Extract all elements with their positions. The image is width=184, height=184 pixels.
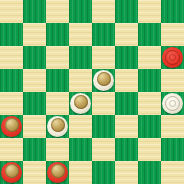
square-d8[interactable] [69, 0, 92, 23]
square-f5[interactable] [115, 69, 138, 92]
square-c7[interactable] [46, 23, 69, 46]
square-g3[interactable] [138, 115, 161, 138]
square-a4[interactable] [0, 92, 23, 115]
square-a2[interactable] [0, 138, 23, 161]
square-c8[interactable] [46, 0, 69, 23]
square-f7[interactable] [115, 23, 138, 46]
square-h3[interactable] [161, 115, 184, 138]
red-king-piece[interactable] [47, 162, 68, 183]
square-e3[interactable] [92, 115, 115, 138]
square-d5[interactable] [69, 69, 92, 92]
square-c2[interactable] [46, 138, 69, 161]
square-d2[interactable] [69, 138, 92, 161]
square-g5[interactable] [138, 69, 161, 92]
square-f3[interactable] [115, 115, 138, 138]
square-h7[interactable] [161, 23, 184, 46]
square-b5[interactable] [23, 69, 46, 92]
square-h4[interactable] [161, 92, 184, 115]
square-e7[interactable] [92, 23, 115, 46]
square-g1[interactable] [138, 161, 161, 184]
square-f4[interactable] [115, 92, 138, 115]
square-d1[interactable] [69, 161, 92, 184]
square-h1[interactable] [161, 161, 184, 184]
checkers-board [0, 0, 184, 184]
square-f2[interactable] [115, 138, 138, 161]
square-a7[interactable] [0, 23, 23, 46]
square-b8[interactable] [23, 0, 46, 23]
white-king-piece[interactable] [70, 93, 91, 114]
square-h2[interactable] [161, 138, 184, 161]
square-a8[interactable] [0, 0, 23, 23]
square-b3[interactable] [23, 115, 46, 138]
square-e5[interactable] [92, 69, 115, 92]
square-d7[interactable] [69, 23, 92, 46]
square-c5[interactable] [46, 69, 69, 92]
square-f6[interactable] [115, 46, 138, 69]
square-g6[interactable] [138, 46, 161, 69]
square-f1[interactable] [115, 161, 138, 184]
square-h6[interactable] [161, 46, 184, 69]
square-a1[interactable] [0, 161, 23, 184]
square-c3[interactable] [46, 115, 69, 138]
square-e6[interactable] [92, 46, 115, 69]
white-king-piece[interactable] [93, 70, 114, 91]
square-g7[interactable] [138, 23, 161, 46]
square-g8[interactable] [138, 0, 161, 23]
square-e2[interactable] [92, 138, 115, 161]
square-b6[interactable] [23, 46, 46, 69]
square-e8[interactable] [92, 0, 115, 23]
square-d3[interactable] [69, 115, 92, 138]
square-b1[interactable] [23, 161, 46, 184]
square-d4[interactable] [69, 92, 92, 115]
white-king-piece[interactable] [47, 116, 68, 137]
red-king-piece[interactable] [1, 162, 22, 183]
square-d6[interactable] [69, 46, 92, 69]
square-b2[interactable] [23, 138, 46, 161]
square-g2[interactable] [138, 138, 161, 161]
square-h5[interactable] [161, 69, 184, 92]
square-a3[interactable] [0, 115, 23, 138]
square-b7[interactable] [23, 23, 46, 46]
square-c1[interactable] [46, 161, 69, 184]
square-e4[interactable] [92, 92, 115, 115]
square-e1[interactable] [92, 161, 115, 184]
square-h8[interactable] [161, 0, 184, 23]
square-a6[interactable] [0, 46, 23, 69]
square-a5[interactable] [0, 69, 23, 92]
square-c6[interactable] [46, 46, 69, 69]
white-man-piece[interactable] [162, 93, 183, 114]
square-g4[interactable] [138, 92, 161, 115]
square-f8[interactable] [115, 0, 138, 23]
square-b4[interactable] [23, 92, 46, 115]
red-king-piece[interactable] [1, 116, 22, 137]
red-man-piece[interactable] [162, 47, 183, 68]
square-c4[interactable] [46, 92, 69, 115]
